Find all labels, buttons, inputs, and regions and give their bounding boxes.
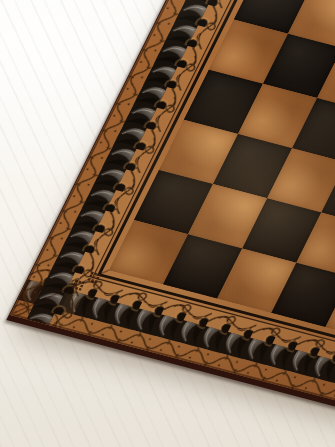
table-surface-photo: [0, 0, 335, 447]
chess-board: [10, 0, 335, 447]
